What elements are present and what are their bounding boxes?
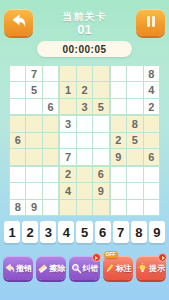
sudoku-cell-r8c9[interactable] (144, 183, 159, 198)
sudoku-cell-r3c9[interactable]: 2 (144, 99, 159, 114)
sudoku-cell-r1c1[interactable] (10, 66, 25, 81)
sudoku-cell-r7c2[interactable] (26, 167, 41, 182)
sudoku-cell-r8c3[interactable] (43, 183, 58, 198)
sudoku-cell-r1c5[interactable] (77, 66, 92, 81)
sudoku-cell-r9c9[interactable] (144, 200, 159, 215)
tool-label: 提示 (149, 263, 165, 274)
sudoku-block (111, 167, 159, 215)
sudoku-cell-r6c4[interactable]: 7 (60, 149, 75, 164)
sudoku-cell-r2c2[interactable]: 5 (26, 82, 41, 97)
sudoku-cell-r2c9[interactable]: 4 (144, 82, 159, 97)
sudoku-cell-r2c5[interactable]: 2 (77, 82, 92, 97)
sudoku-cell-r2c4[interactable]: 1 (60, 82, 75, 97)
sudoku-cell-r9c1[interactable]: 8 (10, 200, 25, 215)
numpad-button-6[interactable]: 6 (95, 221, 111, 243)
sudoku-block: 6 (10, 116, 58, 164)
sudoku-cell-r2c7[interactable] (111, 82, 126, 97)
sudoku-cell-r8c1[interactable] (10, 183, 25, 198)
sudoku-cell-r8c7[interactable] (111, 183, 126, 198)
sudoku-cell-r7c6[interactable]: 6 (93, 167, 108, 182)
sudoku-cell-r7c3[interactable] (43, 167, 58, 182)
sudoku-cell-r1c4[interactable] (60, 66, 75, 81)
sudoku-cell-r3c5[interactable]: 3 (77, 99, 92, 114)
sudoku-cell-r3c3[interactable]: 6 (43, 99, 58, 114)
sudoku-cell-r2c3[interactable] (43, 82, 58, 97)
sudoku-cell-r3c2[interactable] (26, 99, 41, 114)
sudoku-cell-r6c2[interactable] (26, 149, 41, 164)
tool-button-undo[interactable]: 撤销 (3, 256, 33, 280)
tool-button-magnifier[interactable]: 纠错 (69, 256, 99, 280)
tool-label: 撤销 (16, 263, 32, 274)
undo-icon (4, 263, 15, 274)
toolbar: 撤销擦除纠错标注OFF提示 (3, 256, 166, 280)
sudoku-cell-r5c1[interactable]: 6 (10, 133, 25, 148)
tool-button-bulb[interactable]: 提示 (136, 256, 166, 280)
pause-button[interactable] (136, 9, 165, 36)
sudoku-cell-r4c1[interactable] (10, 116, 25, 131)
sudoku-cell-r1c7[interactable] (111, 66, 126, 81)
sudoku-block: 756 (10, 66, 58, 114)
numpad-button-4[interactable]: 4 (58, 221, 74, 243)
sudoku-block: 842 (111, 66, 159, 114)
sudoku-cell-r3c4[interactable] (60, 99, 75, 114)
sudoku-cell-r1c9[interactable]: 8 (144, 66, 159, 81)
sudoku-cell-r2c1[interactable] (10, 82, 25, 97)
sudoku-cell-r5c7[interactable]: 2 (111, 133, 126, 148)
sudoku-app: 当前关卡 01 00:00:05 75612358426378259689264… (0, 0, 169, 300)
sudoku-cell-r1c6[interactable] (93, 66, 108, 81)
sudoku-cell-r4c4[interactable]: 3 (60, 116, 75, 131)
tool-button-pencil[interactable]: 标注OFF (103, 256, 133, 280)
eraser-icon (37, 263, 48, 274)
sudoku-cell-r6c5[interactable] (77, 149, 92, 164)
sudoku-block: 82596 (111, 116, 159, 164)
sudoku-cell-r5c2[interactable] (26, 133, 41, 148)
sudoku-cell-r9c8[interactable] (127, 200, 142, 215)
sudoku-block: 89 (10, 167, 58, 215)
sudoku-cell-r6c3[interactable] (43, 149, 58, 164)
sudoku-cell-r4c3[interactable] (43, 116, 58, 131)
magnifier-icon (71, 263, 82, 274)
sudoku-cell-r9c5[interactable] (77, 200, 92, 215)
sudoku-cell-r8c8[interactable] (127, 183, 142, 198)
notification-badge (92, 253, 101, 262)
sudoku-cell-r4c5[interactable] (77, 116, 92, 131)
sudoku-cell-r6c9[interactable]: 6 (144, 149, 159, 164)
sudoku-cell-r3c1[interactable] (10, 99, 25, 114)
sudoku-cell-r5c9[interactable] (144, 133, 159, 148)
bulb-icon (137, 263, 148, 274)
sudoku-cell-r4c6[interactable] (93, 116, 108, 131)
pause-icon (145, 14, 157, 32)
numpad-button-8[interactable]: 8 (131, 221, 147, 243)
numpad-button-1[interactable]: 1 (4, 221, 20, 243)
sudoku-cell-r1c8[interactable] (127, 66, 142, 81)
number-pad: 123456789 (4, 221, 165, 243)
sudoku-cell-r1c2[interactable]: 7 (26, 66, 41, 81)
sudoku-cell-r2c8[interactable] (127, 82, 142, 97)
sudoku-cell-r7c9[interactable] (144, 167, 159, 182)
numpad-button-5[interactable]: 5 (76, 221, 92, 243)
sudoku-cell-r4c8[interactable]: 8 (127, 116, 142, 131)
numpad-button-9[interactable]: 9 (149, 221, 165, 243)
sudoku-cell-r5c8[interactable]: 5 (127, 133, 142, 148)
off-badge: OFF (104, 251, 118, 258)
sudoku-cell-r9c2[interactable]: 9 (26, 200, 41, 215)
sudoku-cell-r7c8[interactable] (127, 167, 142, 182)
sudoku-cell-r5c4[interactable] (60, 133, 75, 148)
sudoku-cell-r8c6[interactable]: 9 (93, 183, 108, 198)
sudoku-block: 37 (60, 116, 108, 164)
sudoku-cell-r9c7[interactable] (111, 200, 126, 215)
sudoku-cell-r6c7[interactable]: 9 (111, 149, 126, 164)
sudoku-cell-r5c3[interactable] (43, 133, 58, 148)
sudoku-cell-r3c8[interactable] (127, 99, 142, 114)
timer: 00:00:05 (37, 41, 132, 57)
sudoku-cell-r1c3[interactable] (43, 66, 58, 81)
tool-label: 擦除 (49, 263, 65, 274)
tool-label: 标注 (116, 263, 132, 274)
sudoku-cell-r6c1[interactable] (10, 149, 25, 164)
sudoku-cell-r3c6[interactable]: 5 (93, 99, 108, 114)
sudoku-cell-r6c8[interactable] (127, 149, 142, 164)
sudoku-cell-r5c5[interactable] (77, 133, 92, 148)
sudoku-cell-r7c5[interactable] (77, 167, 92, 182)
sudoku-block: 1235 (60, 66, 108, 114)
numpad-button-3[interactable]: 3 (40, 221, 56, 243)
sudoku-cell-r7c1[interactable] (10, 167, 25, 182)
sudoku-cell-r4c2[interactable] (26, 116, 41, 131)
sudoku-grid: 756123584263782596892649 (9, 65, 160, 216)
sudoku-cell-r9c4[interactable] (60, 200, 75, 215)
notification-badge (158, 253, 167, 262)
sudoku-cell-r3c7[interactable] (111, 99, 126, 114)
sudoku-cell-r7c7[interactable] (111, 167, 126, 182)
sudoku-cell-r9c6[interactable] (93, 200, 108, 215)
sudoku-cell-r5c6[interactable] (93, 133, 108, 148)
sudoku-cell-r4c9[interactable] (144, 116, 159, 131)
pencil-icon (104, 263, 115, 274)
sudoku-cell-r8c5[interactable] (77, 183, 92, 198)
sudoku-cell-r4c7[interactable] (111, 116, 126, 131)
numpad-button-2[interactable]: 2 (22, 221, 38, 243)
tool-label: 纠错 (83, 263, 99, 274)
sudoku-cell-r6c6[interactable] (93, 149, 108, 164)
sudoku-cell-r8c2[interactable] (26, 183, 41, 198)
sudoku-cell-r9c3[interactable] (43, 200, 58, 215)
numpad-button-7[interactable]: 7 (113, 221, 129, 243)
tool-button-eraser[interactable]: 擦除 (36, 256, 66, 280)
sudoku-cell-r2c6[interactable] (93, 82, 108, 97)
sudoku-cell-r7c4[interactable]: 2 (60, 167, 75, 182)
sudoku-block: 2649 (60, 167, 108, 215)
sudoku-cell-r8c4[interactable]: 4 (60, 183, 75, 198)
